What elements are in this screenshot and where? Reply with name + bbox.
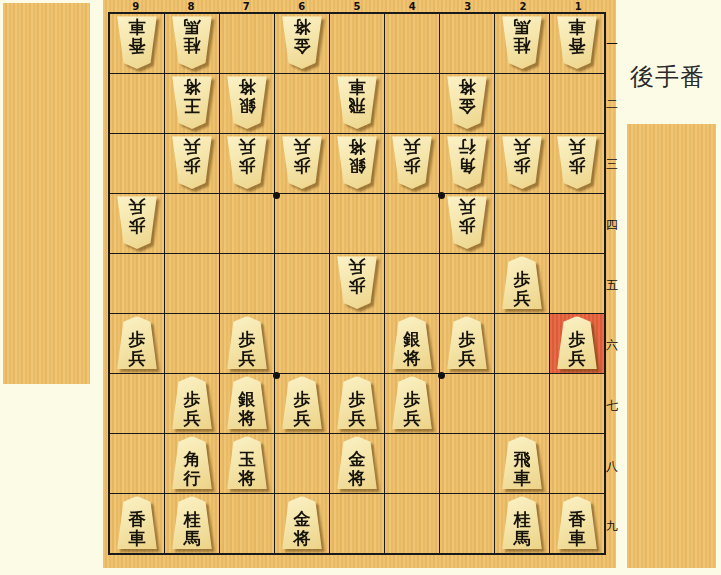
square-5-2[interactable]: 飛車	[330, 74, 384, 133]
piece-kanji: 歩兵	[280, 376, 325, 429]
square-9-9[interactable]: 香車	[110, 494, 164, 553]
sente-piece-歩兵-36[interactable]: 歩兵	[445, 316, 490, 369]
square-8-6[interactable]	[165, 314, 219, 373]
square-9-7[interactable]	[110, 374, 164, 433]
sente-piece-歩兵-57[interactable]: 歩兵	[335, 376, 380, 429]
rank-label-8: 八	[605, 436, 619, 496]
square-1-1[interactable]: 香車	[550, 14, 604, 73]
piece-kanji: 歩兵	[555, 136, 600, 189]
sente-piece-金将-69[interactable]: 金将	[280, 496, 325, 549]
sente-piece-歩兵-96[interactable]: 歩兵	[115, 316, 160, 369]
rank-label-4: 四	[605, 195, 619, 255]
square-9-5[interactable]	[110, 254, 164, 313]
piece-kanji: 金将	[280, 16, 325, 69]
square-7-4[interactable]	[220, 194, 274, 253]
piece-kanji: 桂馬	[170, 496, 215, 549]
rank-label-3: 三	[605, 135, 619, 195]
piece-kanji: 玉将	[225, 436, 270, 489]
turn-indicator: 後手番	[630, 61, 720, 93]
rank-label-7: 七	[605, 376, 619, 436]
piece-kanji: 歩兵	[555, 316, 600, 369]
sente-piece-桂馬-89[interactable]: 桂馬	[170, 496, 215, 549]
sente-piece-金将-58[interactable]: 金将	[335, 436, 380, 489]
square-8-1[interactable]: 桂馬	[165, 14, 219, 73]
gote-piece-王将-82[interactable]: 王将	[170, 76, 215, 129]
square-2-1[interactable]: 桂馬	[495, 14, 549, 73]
gote-piece-歩兵-83[interactable]: 歩兵	[170, 136, 215, 189]
gote-captured-tray	[3, 3, 90, 384]
square-5-3[interactable]: 銀将	[330, 134, 384, 193]
sente-piece-玉将-78[interactable]: 玉将	[225, 436, 270, 489]
square-9-8[interactable]	[110, 434, 164, 493]
square-7-9[interactable]	[220, 494, 274, 553]
square-5-9[interactable]	[330, 494, 384, 553]
square-8-8[interactable]: 角行	[165, 434, 219, 493]
square-7-7[interactable]: 銀将	[220, 374, 274, 433]
square-2-2[interactable]	[495, 74, 549, 133]
square-4-4[interactable]	[385, 194, 439, 253]
square-4-9[interactable]	[385, 494, 439, 553]
piece-kanji: 歩兵	[390, 136, 435, 189]
square-5-6[interactable]	[330, 314, 384, 373]
piece-kanji: 角行	[445, 136, 490, 189]
piece-kanji: 香車	[115, 496, 160, 549]
sente-piece-歩兵-87[interactable]: 歩兵	[170, 376, 215, 429]
square-1-8[interactable]	[550, 434, 604, 493]
piece-kanji: 歩兵	[390, 376, 435, 429]
piece-kanji: 角行	[170, 436, 215, 489]
gote-piece-銀将-53[interactable]: 銀将	[335, 136, 380, 189]
square-2-7[interactable]	[495, 374, 549, 433]
square-4-5[interactable]	[385, 254, 439, 313]
hoshi-dot-2	[438, 192, 445, 199]
square-6-9[interactable]: 金将	[275, 494, 329, 553]
gote-piece-銀将-72[interactable]: 銀将	[225, 76, 270, 129]
gote-piece-歩兵-94[interactable]: 歩兵	[115, 196, 160, 249]
square-9-3[interactable]	[110, 134, 164, 193]
sente-piece-歩兵-47[interactable]: 歩兵	[390, 376, 435, 429]
gote-piece-金将-61[interactable]: 金将	[280, 16, 325, 69]
rank-label-9: 九	[605, 497, 619, 557]
sente-piece-銀将-46[interactable]: 銀将	[390, 316, 435, 369]
rank-label-6: 六	[605, 316, 619, 376]
square-2-6[interactable]	[495, 314, 549, 373]
gote-piece-香車-11[interactable]: 香車	[555, 16, 600, 69]
square-4-1[interactable]	[385, 14, 439, 73]
square-3-4[interactable]: 歩兵	[440, 194, 494, 253]
square-7-3[interactable]: 歩兵	[220, 134, 274, 193]
gote-piece-桂馬-81[interactable]: 桂馬	[170, 16, 215, 69]
piece-kanji: 歩兵	[335, 376, 380, 429]
square-3-1[interactable]	[440, 14, 494, 73]
square-6-7[interactable]: 歩兵	[275, 374, 329, 433]
piece-kanji: 歩兵	[445, 316, 490, 369]
sente-piece-角行-88[interactable]: 角行	[170, 436, 215, 489]
square-7-5[interactable]	[220, 254, 274, 313]
square-5-5[interactable]: 歩兵	[330, 254, 384, 313]
gote-piece-香車-91[interactable]: 香車	[115, 16, 160, 69]
square-8-3[interactable]: 歩兵	[165, 134, 219, 193]
piece-kanji: 歩兵	[225, 136, 270, 189]
square-6-3[interactable]: 歩兵	[275, 134, 329, 193]
piece-kanji: 歩兵	[170, 136, 215, 189]
gote-piece-歩兵-34[interactable]: 歩兵	[445, 196, 490, 249]
gote-piece-飛車-52[interactable]: 飛車	[335, 76, 380, 129]
square-7-1[interactable]	[220, 14, 274, 73]
square-1-5[interactable]	[550, 254, 604, 313]
gote-piece-歩兵-55[interactable]: 歩兵	[335, 256, 380, 309]
sente-piece-歩兵-25[interactable]: 歩兵	[500, 256, 545, 309]
sente-piece-飛車-28[interactable]: 飛車	[500, 436, 545, 489]
piece-kanji: 歩兵	[115, 196, 160, 249]
square-5-7[interactable]: 歩兵	[330, 374, 384, 433]
hoshi-dot-1	[273, 192, 280, 199]
gote-piece-歩兵-73[interactable]: 歩兵	[225, 136, 270, 189]
square-8-2[interactable]: 王将	[165, 74, 219, 133]
square-6-8[interactable]	[275, 434, 329, 493]
square-3-7[interactable]	[440, 374, 494, 433]
piece-kanji: 金将	[445, 76, 490, 129]
sente-captured-tray	[627, 124, 716, 568]
piece-kanji: 歩兵	[445, 196, 490, 249]
piece-kanji: 銀将	[390, 316, 435, 369]
square-6-2[interactable]	[275, 74, 329, 133]
square-8-7[interactable]: 歩兵	[165, 374, 219, 433]
sente-piece-銀将-77[interactable]: 銀将	[225, 376, 270, 429]
square-7-6[interactable]: 歩兵	[220, 314, 274, 373]
square-9-2[interactable]	[110, 74, 164, 133]
piece-kanji: 飛車	[500, 436, 545, 489]
piece-kanji: 歩兵	[225, 316, 270, 369]
piece-kanji: 金将	[280, 496, 325, 549]
square-3-5[interactable]	[440, 254, 494, 313]
square-8-5[interactable]	[165, 254, 219, 313]
piece-kanji: 銀将	[225, 76, 270, 129]
square-1-3[interactable]: 歩兵	[550, 134, 604, 193]
board-grid: 香車桂馬金将桂馬香車王将銀将飛車金将歩兵歩兵歩兵銀将歩兵角行歩兵歩兵歩兵歩兵歩兵…	[108, 12, 606, 555]
sente-piece-歩兵-76[interactable]: 歩兵	[225, 316, 270, 369]
square-2-3[interactable]: 歩兵	[495, 134, 549, 193]
piece-kanji: 歩兵	[170, 376, 215, 429]
rank-label-2: 二	[605, 74, 619, 134]
gote-piece-角行-33[interactable]: 角行	[445, 136, 490, 189]
square-5-1[interactable]	[330, 14, 384, 73]
gote-piece-歩兵-23[interactable]: 歩兵	[500, 136, 545, 189]
piece-kanji: 桂馬	[500, 16, 545, 69]
piece-kanji: 桂馬	[170, 16, 215, 69]
square-3-9[interactable]	[440, 494, 494, 553]
gote-piece-歩兵-63[interactable]: 歩兵	[280, 136, 325, 189]
square-1-7[interactable]	[550, 374, 604, 433]
square-6-4[interactable]	[275, 194, 329, 253]
sente-piece-歩兵-16[interactable]: 歩兵	[555, 316, 600, 369]
square-6-1[interactable]: 金将	[275, 14, 329, 73]
piece-kanji: 香車	[555, 496, 600, 549]
square-1-4[interactable]	[550, 194, 604, 253]
square-2-4[interactable]	[495, 194, 549, 253]
square-1-2[interactable]	[550, 74, 604, 133]
gote-piece-歩兵-13[interactable]: 歩兵	[555, 136, 600, 189]
square-7-2[interactable]: 銀将	[220, 74, 274, 133]
rank-label-1: 一	[605, 14, 619, 74]
square-3-2[interactable]: 金将	[440, 74, 494, 133]
square-5-4[interactable]	[330, 194, 384, 253]
piece-kanji: 香車	[115, 16, 160, 69]
square-1-9[interactable]: 香車	[550, 494, 604, 553]
square-9-6[interactable]: 歩兵	[110, 314, 164, 373]
piece-kanji: 銀将	[335, 136, 380, 189]
piece-kanji: 香車	[555, 16, 600, 69]
sente-piece-歩兵-67[interactable]: 歩兵	[280, 376, 325, 429]
square-2-8[interactable]: 飛車	[495, 434, 549, 493]
square-4-6[interactable]: 銀将	[385, 314, 439, 373]
square-4-7[interactable]: 歩兵	[385, 374, 439, 433]
square-3-8[interactable]	[440, 434, 494, 493]
piece-kanji: 桂馬	[500, 496, 545, 549]
square-4-2[interactable]	[385, 74, 439, 133]
square-8-4[interactable]	[165, 194, 219, 253]
square-3-3[interactable]: 角行	[440, 134, 494, 193]
sente-piece-桂馬-29[interactable]: 桂馬	[500, 496, 545, 549]
rank-labels: 一二三四五六七八九	[605, 14, 619, 557]
piece-kanji: 飛車	[335, 76, 380, 129]
piece-kanji: 銀将	[225, 376, 270, 429]
square-2-5[interactable]: 歩兵	[495, 254, 549, 313]
square-6-6[interactable]	[275, 314, 329, 373]
sente-piece-香車-19[interactable]: 香車	[555, 496, 600, 549]
hoshi-dot-3	[273, 372, 280, 379]
piece-kanji: 歩兵	[500, 256, 545, 309]
piece-kanji: 歩兵	[115, 316, 160, 369]
square-4-3[interactable]: 歩兵	[385, 134, 439, 193]
square-5-8[interactable]: 金将	[330, 434, 384, 493]
square-6-5[interactable]	[275, 254, 329, 313]
square-4-8[interactable]	[385, 434, 439, 493]
piece-kanji: 歩兵	[280, 136, 325, 189]
square-1-6[interactable]: 歩兵	[550, 314, 604, 373]
piece-kanji: 歩兵	[500, 136, 545, 189]
piece-kanji: 歩兵	[335, 256, 380, 309]
square-2-9[interactable]: 桂馬	[495, 494, 549, 553]
sente-piece-香車-99[interactable]: 香車	[115, 496, 160, 549]
gote-piece-歩兵-43[interactable]: 歩兵	[390, 136, 435, 189]
gote-piece-金将-32[interactable]: 金将	[445, 76, 490, 129]
square-3-6[interactable]: 歩兵	[440, 314, 494, 373]
square-9-4[interactable]: 歩兵	[110, 194, 164, 253]
piece-kanji: 王将	[170, 76, 215, 129]
piece-kanji: 金将	[335, 436, 380, 489]
gote-piece-桂馬-21[interactable]: 桂馬	[500, 16, 545, 69]
square-9-1[interactable]: 香車	[110, 14, 164, 73]
square-7-8[interactable]: 玉将	[220, 434, 274, 493]
hoshi-dot-4	[438, 372, 445, 379]
shogi-board: 987654321 香車桂馬金将桂馬香車王将銀将飛車金将歩兵歩兵歩兵銀将歩兵角行…	[103, 0, 616, 568]
rank-label-5: 五	[605, 255, 619, 315]
shogi-app: 987654321 香車桂馬金将桂馬香車王将銀将飛車金将歩兵歩兵歩兵銀将歩兵角行…	[0, 0, 721, 575]
square-8-9[interactable]: 桂馬	[165, 494, 219, 553]
